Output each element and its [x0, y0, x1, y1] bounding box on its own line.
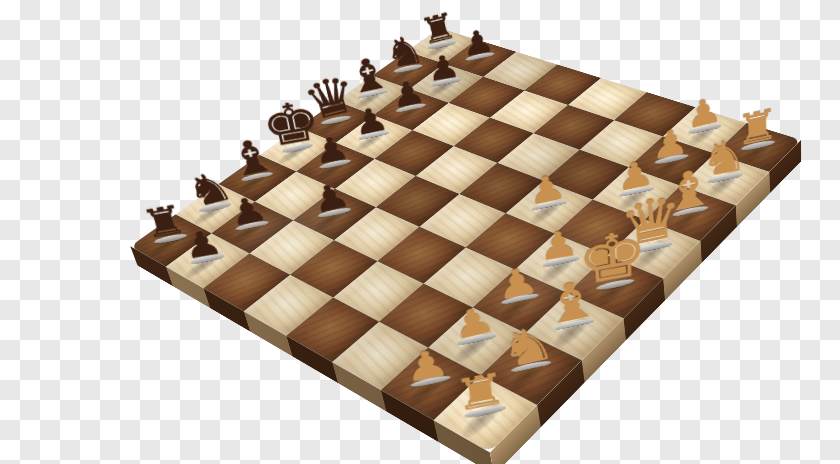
square-f4[interactable]	[377, 227, 465, 284]
transparent-backdrop: ♜♞♝♛♚♝♞♜♟♟♟♟♟♟♟♟♟♟♟♟♟♟♟♟♜♞♝♛♚♝♞♜	[0, 0, 840, 464]
square-g4[interactable]	[333, 261, 423, 322]
square-g5[interactable]	[290, 240, 377, 297]
board-scene: ♜♞♝♛♚♝♞♜♟♟♟♟♟♟♟♟♟♟♟♟♟♟♟♟♜♞♝♛♚♝♞♜	[0, 0, 840, 464]
chessboard: ♜♞♝♛♚♝♞♜♟♟♟♟♟♟♟♟♟♟♟♟♟♟♟♟♜♞♝♛♚♝♞♜	[130, 28, 801, 452]
perspective-container: ♜♞♝♛♚♝♞♜♟♟♟♟♟♟♟♟♟♟♟♟♟♟♟♟♜♞♝♛♚♝♞♜	[0, 0, 840, 464]
square-e4[interactable]	[419, 194, 505, 247]
